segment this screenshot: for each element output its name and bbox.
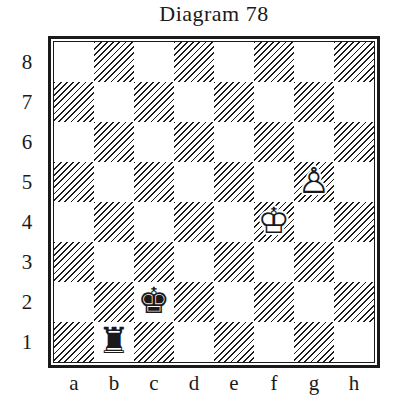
black-king: ♚ (134, 282, 174, 322)
square-f5 (254, 162, 294, 202)
square-f4: ♚♔ (254, 202, 294, 242)
rank-label-8: 8 (12, 42, 42, 82)
square-b1: ♜ (94, 322, 134, 362)
square-h1 (334, 322, 374, 362)
file-label-f: f (254, 369, 294, 397)
square-a8 (54, 42, 94, 82)
square-g3 (294, 242, 334, 282)
rank-label-3: 3 (12, 242, 42, 282)
square-e7 (214, 82, 254, 122)
chess-diagram-page: Diagram 78 87654321 ♟♙♚♔♚♜ abcdefgh (0, 0, 400, 400)
square-e2 (214, 282, 254, 322)
square-e6 (214, 122, 254, 162)
square-g8 (294, 42, 334, 82)
diagram-title: Diagram 78 (48, 1, 380, 27)
square-b8 (94, 42, 134, 82)
white-king: ♚♔ (254, 202, 294, 242)
square-b3 (94, 242, 134, 282)
square-g5: ♟♙ (294, 162, 334, 202)
chess-board: ♟♙♚♔♚♜ (48, 36, 380, 368)
square-b7 (94, 82, 134, 122)
rank-label-4: 4 (12, 202, 42, 242)
square-d4 (174, 202, 214, 242)
square-c8 (134, 42, 174, 82)
file-label-c: c (134, 369, 174, 397)
square-f3 (254, 242, 294, 282)
square-e1 (214, 322, 254, 362)
file-label-g: g (294, 369, 334, 397)
square-a7 (54, 82, 94, 122)
square-b5 (94, 162, 134, 202)
square-b6 (94, 122, 134, 162)
square-a5 (54, 162, 94, 202)
file-label-h: h (334, 369, 374, 397)
square-f6 (254, 122, 294, 162)
square-g7 (294, 82, 334, 122)
rank-label-6: 6 (12, 122, 42, 162)
black-rook: ♜ (94, 322, 134, 362)
square-a6 (54, 122, 94, 162)
square-e4 (214, 202, 254, 242)
black-rook-glyph: ♜ (94, 322, 134, 362)
rank-label-1: 1 (12, 322, 42, 362)
square-f1 (254, 322, 294, 362)
rank-label-5: 5 (12, 162, 42, 202)
square-d6 (174, 122, 214, 162)
black-king-glyph: ♚ (134, 282, 174, 322)
square-c3 (134, 242, 174, 282)
file-label-b: b (94, 369, 134, 397)
white-king-glyph: ♔ (254, 202, 294, 242)
file-label-e: e (214, 369, 254, 397)
square-d1 (174, 322, 214, 362)
square-g6 (294, 122, 334, 162)
square-b4 (94, 202, 134, 242)
square-c5 (134, 162, 174, 202)
file-label-d: d (174, 369, 214, 397)
square-e8 (214, 42, 254, 82)
square-h3 (334, 242, 374, 282)
square-e5 (214, 162, 254, 202)
square-g1 (294, 322, 334, 362)
square-h6 (334, 122, 374, 162)
square-h2 (334, 282, 374, 322)
square-a2 (54, 282, 94, 322)
square-e3 (214, 242, 254, 282)
square-d8 (174, 42, 214, 82)
white-pawn: ♟♙ (294, 162, 334, 202)
rank-labels: 87654321 (12, 42, 42, 362)
square-f8 (254, 42, 294, 82)
square-d7 (174, 82, 214, 122)
board-grid: ♟♙♚♔♚♜ (53, 41, 375, 363)
square-h5 (334, 162, 374, 202)
white-pawn-glyph: ♙ (294, 162, 334, 202)
square-d5 (174, 162, 214, 202)
rank-label-7: 7 (12, 82, 42, 122)
square-c1 (134, 322, 174, 362)
file-labels: abcdefgh (54, 369, 374, 397)
square-g2 (294, 282, 334, 322)
square-h4 (334, 202, 374, 242)
square-h8 (334, 42, 374, 82)
square-h7 (334, 82, 374, 122)
square-f7 (254, 82, 294, 122)
square-a4 (54, 202, 94, 242)
square-b2 (94, 282, 134, 322)
square-g4 (294, 202, 334, 242)
square-a3 (54, 242, 94, 282)
square-c4 (134, 202, 174, 242)
square-d2 (174, 282, 214, 322)
square-c6 (134, 122, 174, 162)
square-c2: ♚ (134, 282, 174, 322)
square-a1 (54, 322, 94, 362)
square-d3 (174, 242, 214, 282)
square-c7 (134, 82, 174, 122)
square-f2 (254, 282, 294, 322)
rank-label-2: 2 (12, 282, 42, 322)
file-label-a: a (54, 369, 94, 397)
